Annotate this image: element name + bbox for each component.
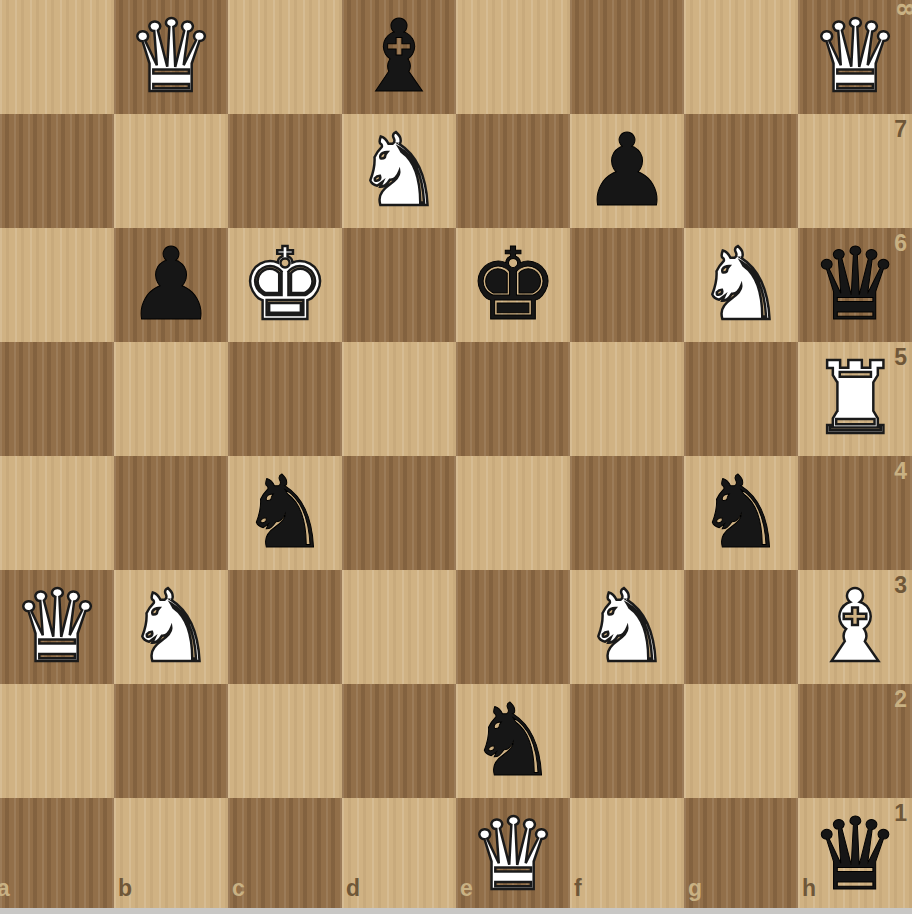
square-a2[interactable]	[0, 684, 114, 798]
square-e5[interactable]	[456, 342, 570, 456]
file-label-f: f	[574, 875, 582, 902]
rank-label-4: 4	[894, 458, 907, 485]
piece-black-bishop[interactable]: ♝	[342, 0, 456, 114]
file-label-e: e	[460, 875, 473, 902]
piece-black-king[interactable]: ♚	[456, 228, 570, 342]
square-b2[interactable]	[114, 684, 228, 798]
square-f7[interactable]: ♟	[570, 114, 684, 228]
square-h5[interactable]: ♜5	[798, 342, 912, 456]
square-c3[interactable]	[228, 570, 342, 684]
square-c5[interactable]	[228, 342, 342, 456]
square-d1[interactable]: d	[342, 798, 456, 912]
square-c4[interactable]: ♞	[228, 456, 342, 570]
square-a6[interactable]	[0, 228, 114, 342]
piece-white-knight[interactable]: ♞	[342, 114, 456, 228]
piece-white-knight[interactable]: ♞	[684, 228, 798, 342]
file-label-b: b	[118, 875, 132, 902]
square-g3[interactable]	[684, 570, 798, 684]
square-d3[interactable]	[342, 570, 456, 684]
square-f4[interactable]	[570, 456, 684, 570]
square-g7[interactable]	[684, 114, 798, 228]
file-label-g: g	[688, 875, 702, 902]
rank-label-8: 8	[891, 3, 912, 16]
square-f2[interactable]	[570, 684, 684, 798]
square-e7[interactable]	[456, 114, 570, 228]
square-h1[interactable]: ♛h1	[798, 798, 912, 912]
square-e3[interactable]	[456, 570, 570, 684]
rank-label-6: 6	[894, 230, 907, 257]
square-h2[interactable]: 2	[798, 684, 912, 798]
square-h6[interactable]: ♛6	[798, 228, 912, 342]
square-h4[interactable]: 4	[798, 456, 912, 570]
square-d2[interactable]	[342, 684, 456, 798]
piece-black-pawn[interactable]: ♟	[570, 114, 684, 228]
square-b3[interactable]: ♞	[114, 570, 228, 684]
square-e8[interactable]	[456, 0, 570, 114]
square-f5[interactable]	[570, 342, 684, 456]
square-b8[interactable]: ♛	[114, 0, 228, 114]
piece-white-queen[interactable]: ♛	[114, 0, 228, 114]
piece-black-knight[interactable]: ♞	[684, 456, 798, 570]
piece-black-pawn[interactable]: ♟	[114, 228, 228, 342]
file-label-c: c	[232, 875, 245, 902]
square-b5[interactable]	[114, 342, 228, 456]
square-f1[interactable]: f	[570, 798, 684, 912]
rank-label-5: 5	[894, 344, 907, 371]
rank-label-7: 7	[894, 116, 907, 143]
file-label-h: h	[802, 875, 816, 902]
square-h3[interactable]: ♝3	[798, 570, 912, 684]
square-c7[interactable]	[228, 114, 342, 228]
square-a4[interactable]	[0, 456, 114, 570]
square-c1[interactable]: c	[228, 798, 342, 912]
square-b4[interactable]	[114, 456, 228, 570]
square-e1[interactable]: ♛e	[456, 798, 570, 912]
square-f3[interactable]: ♞	[570, 570, 684, 684]
square-a1[interactable]: a	[0, 798, 114, 912]
piece-white-queen[interactable]: ♛	[0, 570, 114, 684]
piece-white-knight[interactable]: ♞	[570, 570, 684, 684]
rank-label-3: 3	[894, 572, 907, 599]
square-b1[interactable]: b	[114, 798, 228, 912]
square-h8[interactable]: ♛8	[798, 0, 912, 114]
square-f6[interactable]	[570, 228, 684, 342]
piece-black-knight[interactable]: ♞	[456, 684, 570, 798]
square-f8[interactable]	[570, 0, 684, 114]
rank-label-2: 2	[894, 686, 907, 713]
piece-white-knight[interactable]: ♞	[114, 570, 228, 684]
square-a3[interactable]: ♛	[0, 570, 114, 684]
piece-black-knight[interactable]: ♞	[228, 456, 342, 570]
square-a7[interactable]	[0, 114, 114, 228]
square-d6[interactable]	[342, 228, 456, 342]
square-e2[interactable]: ♞	[456, 684, 570, 798]
piece-white-king[interactable]: ♚	[228, 228, 342, 342]
rank-label-1: 1	[894, 800, 907, 827]
square-g8[interactable]	[684, 0, 798, 114]
square-d5[interactable]	[342, 342, 456, 456]
piece-white-queen[interactable]: ♛	[798, 0, 912, 114]
square-b7[interactable]	[114, 114, 228, 228]
square-g4[interactable]: ♞	[684, 456, 798, 570]
square-c2[interactable]	[228, 684, 342, 798]
square-a8[interactable]	[0, 0, 114, 114]
chess-board: ♛♝♛8♞♟7♟♚♚♞♛6♜5♞♞4♛♞♞♝3♞2abcd♛efg♛h1	[0, 0, 912, 912]
square-h7[interactable]: 7	[798, 114, 912, 228]
square-b6[interactable]: ♟	[114, 228, 228, 342]
piece-white-queen[interactable]: ♛	[456, 798, 570, 912]
square-g2[interactable]	[684, 684, 798, 798]
file-label-d: d	[346, 875, 360, 902]
square-d4[interactable]	[342, 456, 456, 570]
square-c8[interactable]	[228, 0, 342, 114]
square-g1[interactable]: g	[684, 798, 798, 912]
square-c6[interactable]: ♚	[228, 228, 342, 342]
bottom-strip	[0, 908, 912, 914]
square-g6[interactable]: ♞	[684, 228, 798, 342]
square-g5[interactable]	[684, 342, 798, 456]
square-d8[interactable]: ♝	[342, 0, 456, 114]
file-label-a: a	[0, 875, 10, 902]
square-a5[interactable]	[0, 342, 114, 456]
square-d7[interactable]: ♞	[342, 114, 456, 228]
square-e6[interactable]: ♚	[456, 228, 570, 342]
square-e4[interactable]	[456, 456, 570, 570]
